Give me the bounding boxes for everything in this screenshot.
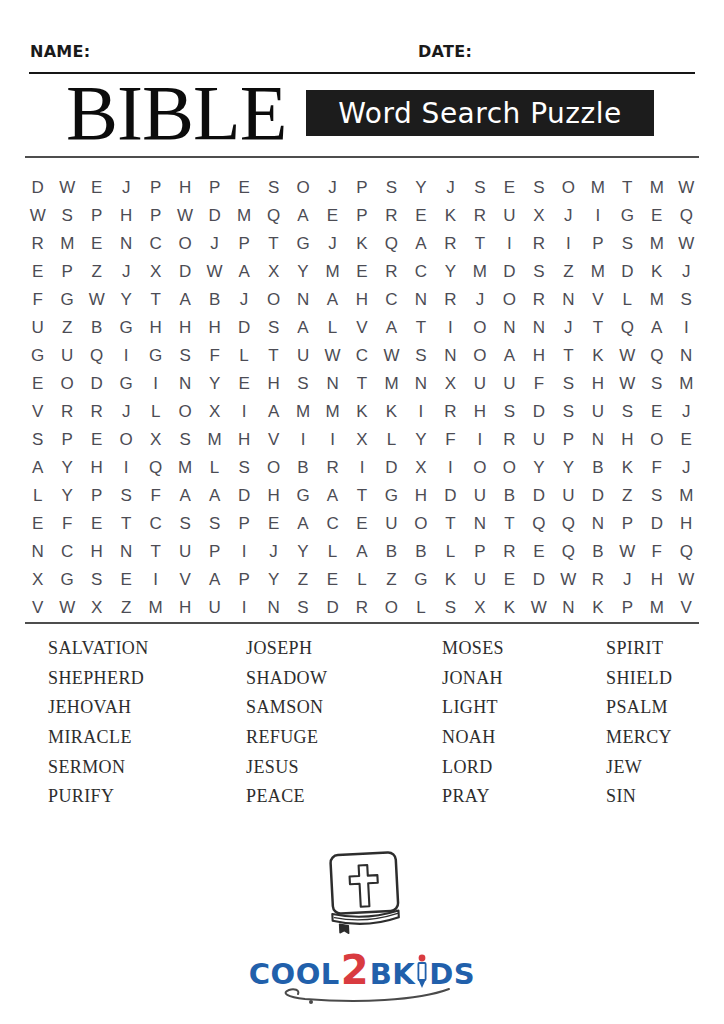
grid-cell-r16c16[interactable]: X: [465, 594, 494, 622]
grid-cell-r7c4[interactable]: I: [111, 342, 140, 370]
grid-cell-r4c14[interactable]: C: [406, 258, 435, 286]
grid-cell-r13c10[interactable]: A: [288, 510, 317, 538]
grid-cell-r9c20[interactable]: U: [583, 398, 612, 426]
grid-cell-r6c18[interactable]: N: [524, 314, 553, 342]
grid-cell-r7c5[interactable]: G: [141, 342, 170, 370]
grid-cell-r5c18[interactable]: R: [524, 286, 553, 314]
grid-cell-r13c1[interactable]: E: [23, 510, 52, 538]
grid-cell-r6c19[interactable]: J: [554, 314, 583, 342]
grid-cell-r16c8[interactable]: I: [229, 594, 258, 622]
grid-cell-r15c4[interactable]: E: [111, 566, 140, 594]
grid-cell-r4c7[interactable]: W: [200, 258, 229, 286]
grid-cell-r16c20[interactable]: K: [583, 594, 612, 622]
grid-cell-r1c15[interactable]: J: [436, 174, 465, 202]
grid-cell-r6c7[interactable]: H: [200, 314, 229, 342]
grid-cell-r8c4[interactable]: G: [111, 370, 140, 398]
grid-cell-r11c19[interactable]: Y: [554, 454, 583, 482]
grid-cell-r3c20[interactable]: P: [583, 230, 612, 258]
grid-cell-r7c10[interactable]: U: [288, 342, 317, 370]
grid-cell-r13c6[interactable]: S: [170, 510, 199, 538]
grid-cell-r8c5[interactable]: I: [141, 370, 170, 398]
grid-cell-r4c20[interactable]: M: [583, 258, 612, 286]
grid-cell-r8c22[interactable]: S: [642, 370, 671, 398]
grid-cell-r11c1[interactable]: A: [23, 454, 52, 482]
grid-cell-r13c5[interactable]: C: [141, 510, 170, 538]
grid-cell-r14c18[interactable]: E: [524, 538, 553, 566]
grid-cell-r4c4[interactable]: J: [111, 258, 140, 286]
grid-cell-r10c5[interactable]: X: [141, 426, 170, 454]
grid-cell-r1c16[interactable]: S: [465, 174, 494, 202]
grid-cell-r13c12[interactable]: E: [347, 510, 376, 538]
grid-cell-r6c23[interactable]: I: [672, 314, 701, 342]
grid-cell-r14c20[interactable]: B: [583, 538, 612, 566]
grid-cell-r12c3[interactable]: P: [82, 482, 111, 510]
grid-cell-r5c1[interactable]: F: [23, 286, 52, 314]
grid-cell-r5c5[interactable]: T: [141, 286, 170, 314]
grid-cell-r6c2[interactable]: Z: [52, 314, 81, 342]
grid-cell-r10c20[interactable]: N: [583, 426, 612, 454]
grid-cell-r16c4[interactable]: Z: [111, 594, 140, 622]
grid-cell-r5c11[interactable]: A: [318, 286, 347, 314]
grid-cell-r13c11[interactable]: C: [318, 510, 347, 538]
grid-cell-r4c10[interactable]: Y: [288, 258, 317, 286]
grid-cell-r14c23[interactable]: Q: [672, 538, 701, 566]
grid-cell-r8c15[interactable]: X: [436, 370, 465, 398]
grid-cell-r7c18[interactable]: H: [524, 342, 553, 370]
grid-cell-r15c21[interactable]: J: [613, 566, 642, 594]
grid-cell-r15c15[interactable]: K: [436, 566, 465, 594]
grid-cell-r2c8[interactable]: M: [229, 202, 258, 230]
grid-cell-r16c22[interactable]: M: [642, 594, 671, 622]
grid-cell-r12c19[interactable]: U: [554, 482, 583, 510]
grid-cell-r12c12[interactable]: T: [347, 482, 376, 510]
grid-cell-r16c18[interactable]: W: [524, 594, 553, 622]
grid-cell-r16c3[interactable]: X: [82, 594, 111, 622]
grid-cell-r1c4[interactable]: J: [111, 174, 140, 202]
grid-cell-r9c5[interactable]: L: [141, 398, 170, 426]
grid-cell-r11c16[interactable]: O: [465, 454, 494, 482]
grid-cell-r14c7[interactable]: P: [200, 538, 229, 566]
grid-cell-r1c14[interactable]: Y: [406, 174, 435, 202]
grid-cell-r2c10[interactable]: A: [288, 202, 317, 230]
grid-cell-r5c10[interactable]: N: [288, 286, 317, 314]
grid-cell-r12c22[interactable]: S: [642, 482, 671, 510]
grid-cell-r3c8[interactable]: P: [229, 230, 258, 258]
grid-cell-r6c13[interactable]: A: [377, 314, 406, 342]
grid-cell-r4c11[interactable]: M: [318, 258, 347, 286]
grid-cell-r6c17[interactable]: N: [495, 314, 524, 342]
grid-cell-r5c9[interactable]: O: [259, 286, 288, 314]
grid-cell-r5c7[interactable]: B: [200, 286, 229, 314]
grid-cell-r10c18[interactable]: U: [524, 426, 553, 454]
grid-cell-r12c2[interactable]: Y: [52, 482, 81, 510]
grid-cell-r8c8[interactable]: E: [229, 370, 258, 398]
grid-cell-r11c17[interactable]: O: [495, 454, 524, 482]
grid-cell-r10c22[interactable]: O: [642, 426, 671, 454]
grid-cell-r15c17[interactable]: E: [495, 566, 524, 594]
grid-cell-r12c6[interactable]: A: [170, 482, 199, 510]
grid-cell-r5c17[interactable]: O: [495, 286, 524, 314]
grid-cell-r7c15[interactable]: N: [436, 342, 465, 370]
grid-cell-r3c22[interactable]: M: [642, 230, 671, 258]
grid-cell-r7c8[interactable]: L: [229, 342, 258, 370]
grid-cell-r11c6[interactable]: M: [170, 454, 199, 482]
grid-cell-r11c8[interactable]: S: [229, 454, 258, 482]
grid-cell-r8c7[interactable]: Y: [200, 370, 229, 398]
grid-cell-r10c4[interactable]: O: [111, 426, 140, 454]
grid-cell-r15c10[interactable]: Z: [288, 566, 317, 594]
grid-cell-r7c3[interactable]: Q: [82, 342, 111, 370]
grid-cell-r10c19[interactable]: P: [554, 426, 583, 454]
grid-cell-r13c19[interactable]: Q: [554, 510, 583, 538]
grid-cell-r3c5[interactable]: C: [141, 230, 170, 258]
grid-cell-r7c23[interactable]: N: [672, 342, 701, 370]
grid-cell-r3c13[interactable]: Q: [377, 230, 406, 258]
grid-cell-r15c1[interactable]: X: [23, 566, 52, 594]
grid-cell-r5c2[interactable]: G: [52, 286, 81, 314]
grid-cell-r8c1[interactable]: E: [23, 370, 52, 398]
grid-cell-r3c6[interactable]: O: [170, 230, 199, 258]
grid-cell-r5c15[interactable]: R: [436, 286, 465, 314]
grid-cell-r12c20[interactable]: D: [583, 482, 612, 510]
grid-cell-r13c17[interactable]: T: [495, 510, 524, 538]
grid-cell-r13c23[interactable]: H: [672, 510, 701, 538]
grid-cell-r15c3[interactable]: S: [82, 566, 111, 594]
grid-cell-r14c3[interactable]: H: [82, 538, 111, 566]
grid-cell-r2c21[interactable]: G: [613, 202, 642, 230]
grid-cell-r13c16[interactable]: N: [465, 510, 494, 538]
grid-cell-r5c16[interactable]: J: [465, 286, 494, 314]
grid-cell-r9c16[interactable]: H: [465, 398, 494, 426]
grid-cell-r1c20[interactable]: M: [583, 174, 612, 202]
grid-cell-r14c14[interactable]: B: [406, 538, 435, 566]
grid-cell-r7c20[interactable]: K: [583, 342, 612, 370]
grid-cell-r10c15[interactable]: F: [436, 426, 465, 454]
grid-cell-r13c15[interactable]: T: [436, 510, 465, 538]
grid-cell-r2c3[interactable]: P: [82, 202, 111, 230]
grid-cell-r9c21[interactable]: S: [613, 398, 642, 426]
grid-cell-r4c23[interactable]: J: [672, 258, 701, 286]
grid-cell-r4c16[interactable]: M: [465, 258, 494, 286]
grid-cell-r8c23[interactable]: M: [672, 370, 701, 398]
grid-cell-r8c19[interactable]: S: [554, 370, 583, 398]
grid-cell-r3c11[interactable]: J: [318, 230, 347, 258]
grid-cell-r14c9[interactable]: J: [259, 538, 288, 566]
grid-cell-r1c5[interactable]: P: [141, 174, 170, 202]
grid-cell-r9c22[interactable]: E: [642, 398, 671, 426]
grid-cell-r1c23[interactable]: W: [672, 174, 701, 202]
grid-cell-r16c23[interactable]: V: [672, 594, 701, 622]
grid-cell-r4c15[interactable]: Y: [436, 258, 465, 286]
grid-cell-r3c18[interactable]: R: [524, 230, 553, 258]
grid-cell-r8c16[interactable]: U: [465, 370, 494, 398]
grid-cell-r7c2[interactable]: U: [52, 342, 81, 370]
grid-cell-r9c19[interactable]: S: [554, 398, 583, 426]
grid-cell-r4c3[interactable]: Z: [82, 258, 111, 286]
grid-cell-r1c9[interactable]: S: [259, 174, 288, 202]
grid-cell-r8c14[interactable]: N: [406, 370, 435, 398]
grid-cell-r6c16[interactable]: O: [465, 314, 494, 342]
grid-cell-r15c22[interactable]: H: [642, 566, 671, 594]
grid-cell-r16c7[interactable]: U: [200, 594, 229, 622]
grid-cell-r3c10[interactable]: G: [288, 230, 317, 258]
grid-cell-r13c20[interactable]: N: [583, 510, 612, 538]
grid-cell-r11c21[interactable]: K: [613, 454, 642, 482]
grid-cell-r14c6[interactable]: U: [170, 538, 199, 566]
grid-cell-r9c13[interactable]: K: [377, 398, 406, 426]
grid-cell-r3c7[interactable]: J: [200, 230, 229, 258]
grid-cell-r1c17[interactable]: E: [495, 174, 524, 202]
grid-cell-r16c2[interactable]: W: [52, 594, 81, 622]
grid-cell-r9c23[interactable]: J: [672, 398, 701, 426]
grid-cell-r1c10[interactable]: O: [288, 174, 317, 202]
grid-cell-r7c16[interactable]: O: [465, 342, 494, 370]
grid-cell-r6c14[interactable]: T: [406, 314, 435, 342]
grid-cell-r4c1[interactable]: E: [23, 258, 52, 286]
grid-cell-r14c19[interactable]: Q: [554, 538, 583, 566]
grid-cell-r11c7[interactable]: L: [200, 454, 229, 482]
grid-cell-r2c1[interactable]: W: [23, 202, 52, 230]
grid-cell-r2c23[interactable]: Q: [672, 202, 701, 230]
grid-cell-r1c12[interactable]: P: [347, 174, 376, 202]
grid-cell-r10c8[interactable]: H: [229, 426, 258, 454]
grid-cell-r15c11[interactable]: E: [318, 566, 347, 594]
grid-cell-r13c2[interactable]: F: [52, 510, 81, 538]
grid-cell-r4c21[interactable]: D: [613, 258, 642, 286]
grid-cell-r11c4[interactable]: I: [111, 454, 140, 482]
grid-cell-r3c23[interactable]: W: [672, 230, 701, 258]
grid-cell-r8c9[interactable]: H: [259, 370, 288, 398]
grid-cell-r14c16[interactable]: P: [465, 538, 494, 566]
grid-cell-r16c1[interactable]: V: [23, 594, 52, 622]
grid-cell-r15c12[interactable]: L: [347, 566, 376, 594]
grid-cell-r10c21[interactable]: H: [613, 426, 642, 454]
grid-cell-r3c15[interactable]: R: [436, 230, 465, 258]
grid-cell-r16c17[interactable]: K: [495, 594, 524, 622]
grid-cell-r2c7[interactable]: D: [200, 202, 229, 230]
grid-cell-r9c1[interactable]: V: [23, 398, 52, 426]
grid-cell-r8c13[interactable]: M: [377, 370, 406, 398]
grid-cell-r15c7[interactable]: A: [200, 566, 229, 594]
grid-cell-r2c12[interactable]: P: [347, 202, 376, 230]
grid-cell-r1c1[interactable]: D: [23, 174, 52, 202]
grid-cell-r9c17[interactable]: S: [495, 398, 524, 426]
grid-cell-r3c3[interactable]: E: [82, 230, 111, 258]
grid-cell-r6c22[interactable]: A: [642, 314, 671, 342]
grid-cell-r10c17[interactable]: R: [495, 426, 524, 454]
grid-cell-r8c18[interactable]: F: [524, 370, 553, 398]
grid-cell-r12c14[interactable]: H: [406, 482, 435, 510]
grid-cell-r2c9[interactable]: Q: [259, 202, 288, 230]
grid-cell-r6c6[interactable]: H: [170, 314, 199, 342]
grid-cell-r3c14[interactable]: A: [406, 230, 435, 258]
grid-cell-r1c19[interactable]: O: [554, 174, 583, 202]
grid-cell-r5c22[interactable]: M: [642, 286, 671, 314]
grid-cell-r11c23[interactable]: J: [672, 454, 701, 482]
grid-cell-r6c9[interactable]: S: [259, 314, 288, 342]
grid-cell-r1c7[interactable]: P: [200, 174, 229, 202]
grid-cell-r9c12[interactable]: K: [347, 398, 376, 426]
grid-cell-r2c2[interactable]: S: [52, 202, 81, 230]
grid-cell-r14c4[interactable]: N: [111, 538, 140, 566]
grid-cell-r11c14[interactable]: X: [406, 454, 435, 482]
grid-cell-r12c17[interactable]: B: [495, 482, 524, 510]
grid-cell-r11c12[interactable]: I: [347, 454, 376, 482]
grid-cell-r6c21[interactable]: Q: [613, 314, 642, 342]
grid-cell-r10c13[interactable]: L: [377, 426, 406, 454]
grid-cell-r11c5[interactable]: Q: [141, 454, 170, 482]
grid-cell-r16c10[interactable]: S: [288, 594, 317, 622]
grid-cell-r1c22[interactable]: M: [642, 174, 671, 202]
grid-cell-r11c3[interactable]: H: [82, 454, 111, 482]
grid-cell-r16c21[interactable]: P: [613, 594, 642, 622]
grid-cell-r14c21[interactable]: W: [613, 538, 642, 566]
grid-cell-r8c2[interactable]: O: [52, 370, 81, 398]
grid-cell-r3c16[interactable]: T: [465, 230, 494, 258]
grid-cell-r10c12[interactable]: X: [347, 426, 376, 454]
grid-cell-r9c18[interactable]: D: [524, 398, 553, 426]
grid-cell-r7c7[interactable]: F: [200, 342, 229, 370]
grid-cell-r6c15[interactable]: I: [436, 314, 465, 342]
grid-cell-r8c10[interactable]: S: [288, 370, 317, 398]
grid-cell-r5c13[interactable]: C: [377, 286, 406, 314]
grid-cell-r15c2[interactable]: G: [52, 566, 81, 594]
grid-cell-r12c9[interactable]: H: [259, 482, 288, 510]
grid-cell-r3c2[interactable]: M: [52, 230, 81, 258]
grid-cell-r3c9[interactable]: T: [259, 230, 288, 258]
grid-cell-r12c8[interactable]: D: [229, 482, 258, 510]
grid-cell-r11c13[interactable]: D: [377, 454, 406, 482]
grid-cell-r9c9[interactable]: A: [259, 398, 288, 426]
grid-cell-r10c3[interactable]: E: [82, 426, 111, 454]
grid-cell-r14c8[interactable]: I: [229, 538, 258, 566]
grid-cell-r10c7[interactable]: M: [200, 426, 229, 454]
grid-cell-r14c2[interactable]: C: [52, 538, 81, 566]
grid-cell-r10c23[interactable]: E: [672, 426, 701, 454]
grid-cell-r16c13[interactable]: O: [377, 594, 406, 622]
grid-cell-r5c6[interactable]: A: [170, 286, 199, 314]
grid-cell-r10c14[interactable]: Y: [406, 426, 435, 454]
grid-cell-r14c22[interactable]: F: [642, 538, 671, 566]
grid-cell-r5c3[interactable]: W: [82, 286, 111, 314]
grid-cell-r16c15[interactable]: S: [436, 594, 465, 622]
grid-cell-r2c17[interactable]: U: [495, 202, 524, 230]
grid-cell-r14c13[interactable]: B: [377, 538, 406, 566]
grid-cell-r13c18[interactable]: Q: [524, 510, 553, 538]
grid-cell-r6c12[interactable]: V: [347, 314, 376, 342]
grid-cell-r6c3[interactable]: B: [82, 314, 111, 342]
grid-cell-r14c12[interactable]: A: [347, 538, 376, 566]
grid-cell-r2c11[interactable]: E: [318, 202, 347, 230]
grid-cell-r4c22[interactable]: K: [642, 258, 671, 286]
grid-cell-r12c1[interactable]: L: [23, 482, 52, 510]
grid-cell-r4c13[interactable]: R: [377, 258, 406, 286]
grid-cell-r2c16[interactable]: R: [465, 202, 494, 230]
grid-cell-r13c7[interactable]: S: [200, 510, 229, 538]
grid-cell-r16c12[interactable]: R: [347, 594, 376, 622]
grid-cell-r4c19[interactable]: Z: [554, 258, 583, 286]
grid-cell-r9c15[interactable]: R: [436, 398, 465, 426]
grid-cell-r15c9[interactable]: Y: [259, 566, 288, 594]
grid-cell-r12c11[interactable]: A: [318, 482, 347, 510]
grid-cell-r15c19[interactable]: W: [554, 566, 583, 594]
grid-cell-r3c4[interactable]: N: [111, 230, 140, 258]
grid-cell-r9c14[interactable]: I: [406, 398, 435, 426]
grid-cell-r7c11[interactable]: W: [318, 342, 347, 370]
grid-cell-r16c14[interactable]: L: [406, 594, 435, 622]
grid-cell-r2c20[interactable]: I: [583, 202, 612, 230]
grid-cell-r4c12[interactable]: E: [347, 258, 376, 286]
grid-cell-r8c12[interactable]: T: [347, 370, 376, 398]
grid-cell-r16c6[interactable]: H: [170, 594, 199, 622]
grid-cell-r14c11[interactable]: L: [318, 538, 347, 566]
grid-cell-r7c21[interactable]: W: [613, 342, 642, 370]
grid-cell-r13c14[interactable]: O: [406, 510, 435, 538]
grid-cell-r4c18[interactable]: S: [524, 258, 553, 286]
grid-cell-r13c9[interactable]: E: [259, 510, 288, 538]
grid-cell-r8c11[interactable]: N: [318, 370, 347, 398]
grid-cell-r7c19[interactable]: T: [554, 342, 583, 370]
grid-cell-r16c9[interactable]: N: [259, 594, 288, 622]
grid-cell-r15c6[interactable]: V: [170, 566, 199, 594]
grid-cell-r16c5[interactable]: M: [141, 594, 170, 622]
grid-cell-r13c8[interactable]: P: [229, 510, 258, 538]
grid-cell-r5c4[interactable]: Y: [111, 286, 140, 314]
grid-cell-r2c5[interactable]: P: [141, 202, 170, 230]
grid-cell-r14c17[interactable]: R: [495, 538, 524, 566]
grid-cell-r6c20[interactable]: T: [583, 314, 612, 342]
grid-cell-r13c22[interactable]: D: [642, 510, 671, 538]
grid-cell-r13c13[interactable]: U: [377, 510, 406, 538]
grid-cell-r11c15[interactable]: I: [436, 454, 465, 482]
grid-cell-r15c16[interactable]: U: [465, 566, 494, 594]
grid-cell-r4c17[interactable]: D: [495, 258, 524, 286]
grid-cell-r7c13[interactable]: W: [377, 342, 406, 370]
grid-cell-r3c1[interactable]: R: [23, 230, 52, 258]
grid-cell-r12c16[interactable]: U: [465, 482, 494, 510]
grid-cell-r15c20[interactable]: R: [583, 566, 612, 594]
grid-cell-r7c1[interactable]: G: [23, 342, 52, 370]
grid-cell-r7c14[interactable]: S: [406, 342, 435, 370]
grid-cell-r1c11[interactable]: J: [318, 174, 347, 202]
grid-cell-r5c23[interactable]: S: [672, 286, 701, 314]
grid-cell-r9c3[interactable]: R: [82, 398, 111, 426]
grid-cell-r1c6[interactable]: H: [170, 174, 199, 202]
grid-cell-r3c12[interactable]: K: [347, 230, 376, 258]
grid-cell-r10c10[interactable]: I: [288, 426, 317, 454]
grid-cell-r6c1[interactable]: U: [23, 314, 52, 342]
grid-cell-r1c18[interactable]: S: [524, 174, 553, 202]
grid-cell-r1c2[interactable]: W: [52, 174, 81, 202]
grid-cell-r4c8[interactable]: A: [229, 258, 258, 286]
grid-cell-r15c18[interactable]: D: [524, 566, 553, 594]
grid-cell-r9c8[interactable]: I: [229, 398, 258, 426]
grid-cell-r4c6[interactable]: D: [170, 258, 199, 286]
grid-cell-r10c11[interactable]: I: [318, 426, 347, 454]
grid-cell-r12c13[interactable]: G: [377, 482, 406, 510]
grid-cell-r2c18[interactable]: X: [524, 202, 553, 230]
grid-cell-r8c20[interactable]: H: [583, 370, 612, 398]
grid-cell-r2c19[interactable]: J: [554, 202, 583, 230]
grid-cell-r11c10[interactable]: B: [288, 454, 317, 482]
grid-cell-r1c21[interactable]: T: [613, 174, 642, 202]
grid-cell-r14c15[interactable]: L: [436, 538, 465, 566]
grid-cell-r7c22[interactable]: Q: [642, 342, 671, 370]
grid-cell-r4c2[interactable]: P: [52, 258, 81, 286]
grid-cell-r9c6[interactable]: O: [170, 398, 199, 426]
grid-cell-r5c19[interactable]: N: [554, 286, 583, 314]
grid-cell-r12c23[interactable]: M: [672, 482, 701, 510]
